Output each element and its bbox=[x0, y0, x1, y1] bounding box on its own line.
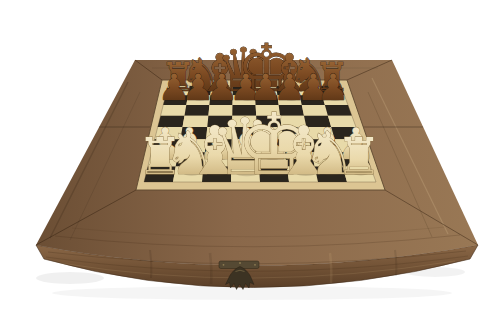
chess-scene: ♜♞♝♛♚♝♞♜♟♟♟♟♟♟♟♟♟♟♟♟♟♟♟♟♜♞♝♛♚♝♞♜ bbox=[0, 0, 500, 327]
clasp-screw bbox=[239, 262, 241, 264]
piece-dark-pawn-h7: ♟ bbox=[317, 66, 350, 109]
wood-grain bbox=[210, 253, 211, 284]
chess-set-product-photo: ♜♞♝♛♚♝♞♜♟♟♟♟♟♟♟♟♟♟♟♟♟♟♟♟♜♞♝♛♚♝♞♜ bbox=[0, 0, 500, 327]
clasp-screw bbox=[254, 264, 256, 266]
wood-grain bbox=[330, 253, 331, 283]
piece-white-rook-h1: ♜ bbox=[336, 127, 382, 186]
ground-shadow bbox=[52, 286, 452, 300]
clasp-screw bbox=[223, 264, 225, 266]
ground-shadow bbox=[36, 272, 104, 284]
